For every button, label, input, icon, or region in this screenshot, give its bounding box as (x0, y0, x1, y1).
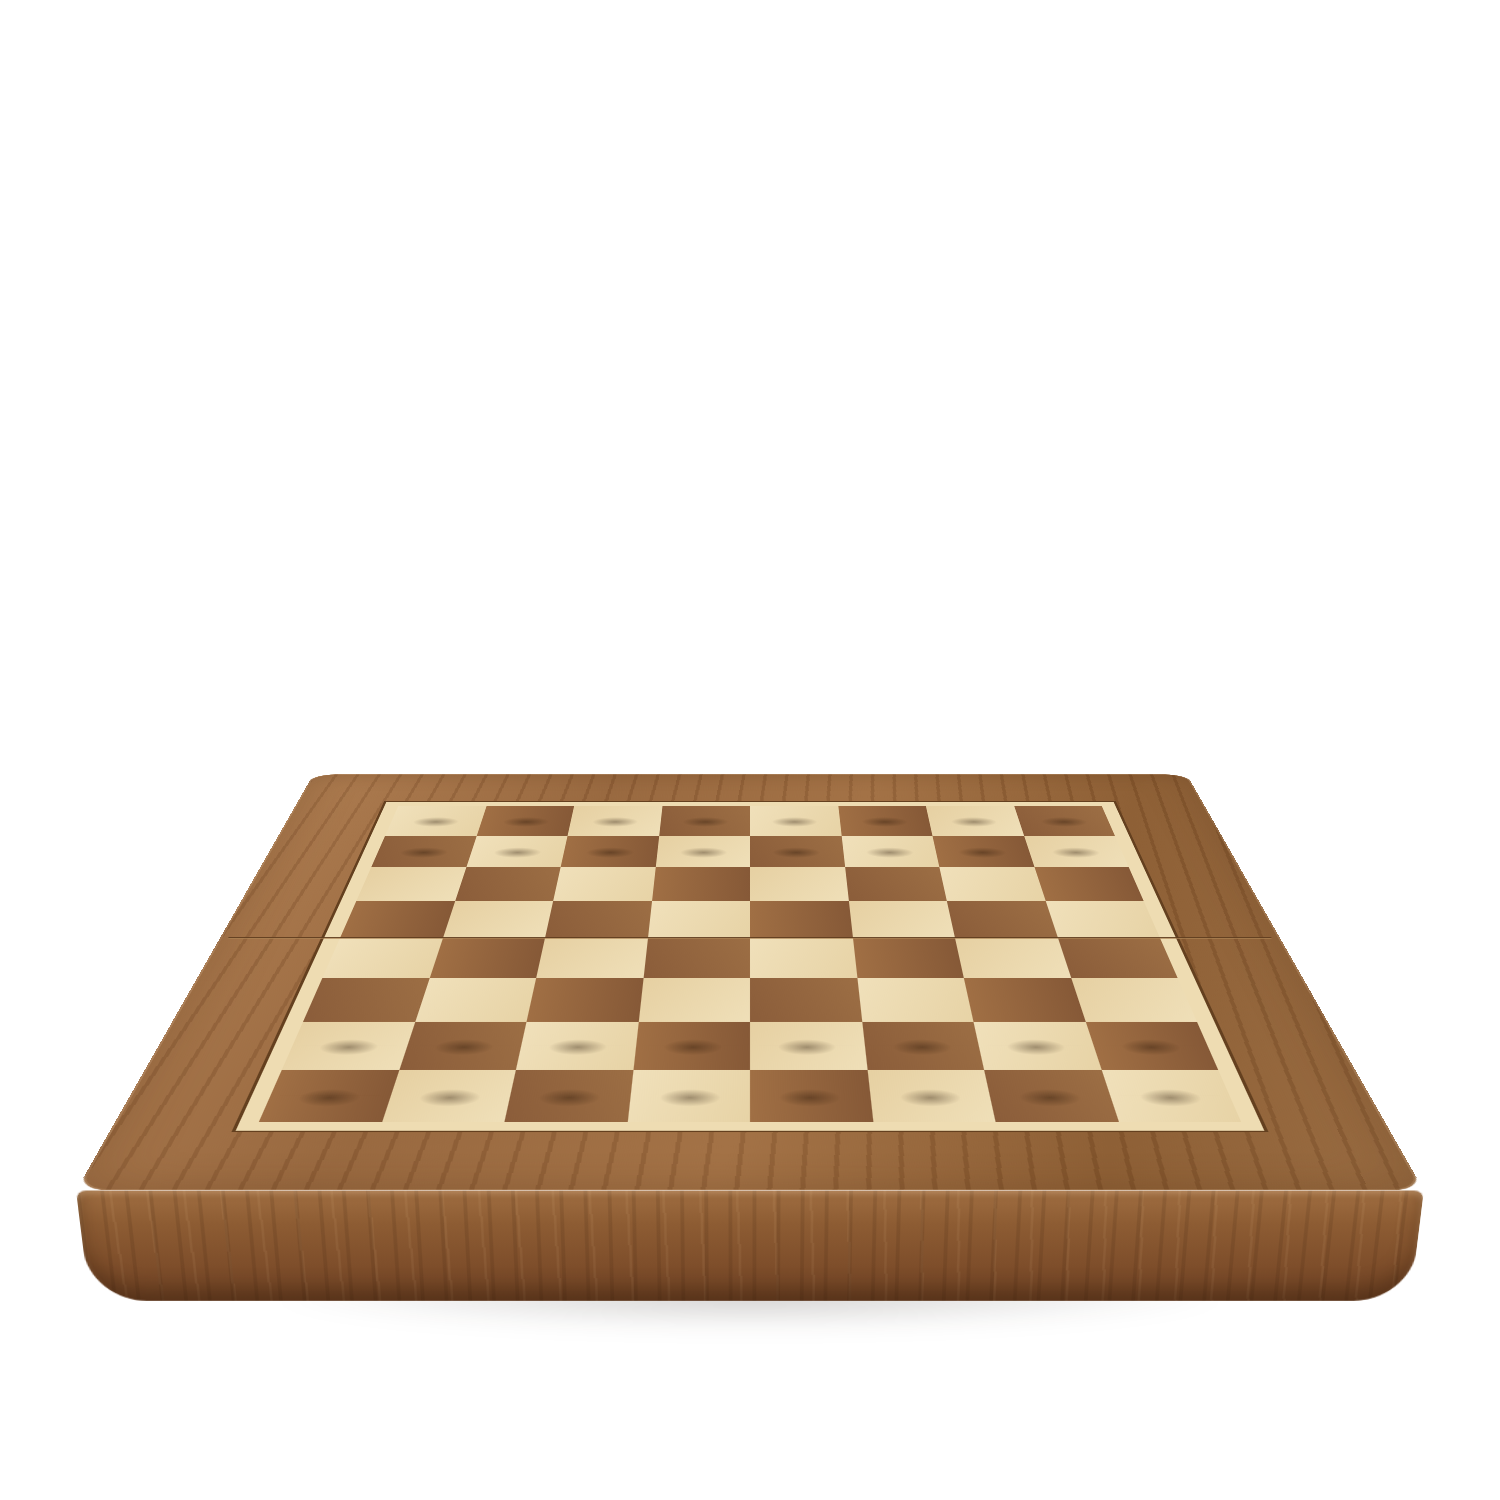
square-h8[interactable]: ♜ (1014, 806, 1115, 835)
black-pawn-icon: ♟ (936, 836, 1212, 852)
square-h6[interactable] (1034, 867, 1144, 901)
square-e2[interactable]: ♟ (750, 1022, 867, 1070)
white-pawn-icon: ♟ (978, 1023, 1319, 1047)
white-knight-icon: ♞ (871, 1065, 1226, 1098)
square-f3[interactable] (857, 978, 974, 1022)
piece-contact-shadow (645, 1085, 733, 1110)
white-pawn-icon: ♟ (181, 1023, 522, 1047)
white-bishop-icon: ♝ (754, 1065, 1106, 1098)
white-pawn-icon: ♟ (754, 1023, 1089, 1047)
chess-board-box: ♜♞♝♛♚♝♞♜♟♟♟♟♟♟♟♟♟♟♟♟♟♟♟♟♜♞♝♛♚♝♞♜ (76, 774, 1424, 1190)
white-pawn-icon: ♟ (296, 1023, 634, 1047)
white-rook-icon: ♜ (988, 1069, 1346, 1098)
square-g1[interactable]: ♞ (984, 1069, 1118, 1122)
square-g3[interactable] (964, 978, 1085, 1022)
square-g2[interactable]: ♟ (973, 1022, 1101, 1070)
piece-contact-shadow (766, 1036, 850, 1058)
piece-contact-shadow (885, 1085, 976, 1110)
board-playfield: ♜♞♝♛♚♝♞♜♟♟♟♟♟♟♟♟♟♟♟♟♟♟♟♟♜♞♝♛♚♝♞♜ (236, 802, 1265, 1131)
square-e1[interactable]: ♚ (750, 1069, 873, 1122)
square-h3[interactable] (1071, 978, 1197, 1022)
square-e6[interactable] (750, 867, 848, 901)
piece-contact-shadow (419, 1036, 508, 1058)
square-f6[interactable] (845, 867, 947, 901)
square-a3[interactable] (303, 978, 429, 1022)
square-h2[interactable]: ♟ (1085, 1022, 1218, 1070)
square-h7[interactable]: ♟ (1024, 836, 1129, 868)
piece-contact-shadow (879, 1036, 965, 1058)
square-d1[interactable]: ♛ (627, 1069, 750, 1122)
piece-contact-shadow (650, 1036, 734, 1058)
square-a5[interactable] (340, 901, 455, 938)
square-g4[interactable] (955, 938, 1071, 978)
square-d3[interactable] (638, 978, 750, 1022)
square-c6[interactable] (553, 867, 655, 901)
piece-contact-shadow (1004, 1085, 1098, 1110)
square-e3[interactable] (750, 978, 862, 1022)
square-e4[interactable] (750, 938, 857, 978)
piece-contact-shadow (1106, 1036, 1197, 1058)
square-a4[interactable] (322, 938, 442, 978)
piece-contact-shadow (524, 1085, 615, 1110)
square-e5[interactable] (750, 901, 853, 938)
piece-contact-shadow (281, 1085, 377, 1110)
square-c3[interactable] (527, 978, 644, 1022)
square-f4[interactable] (853, 938, 964, 978)
piece-contact-shadow (767, 1085, 855, 1110)
white-king-icon: ♚ (634, 1058, 986, 1098)
white-pawn-icon: ♟ (640, 1023, 975, 1047)
square-g5[interactable] (947, 901, 1058, 938)
chess-board: ♜♞♝♛♚♝♞♜♟♟♟♟♟♟♟♟♟♟♟♟♟♟♟♟♜♞♝♛♚♝♞♜ (259, 806, 1241, 1122)
white-bishop-icon: ♝ (394, 1065, 746, 1098)
square-b5[interactable] (443, 901, 554, 938)
square-f1[interactable]: ♝ (867, 1069, 996, 1122)
square-f2[interactable]: ♟ (862, 1022, 984, 1070)
square-b6[interactable] (455, 867, 561, 901)
white-pawn-icon: ♟ (410, 1023, 745, 1047)
square-b3[interactable] (415, 978, 536, 1022)
square-c5[interactable] (545, 901, 652, 938)
square-b4[interactable] (429, 938, 545, 978)
white-rook-icon: ♜ (154, 1069, 512, 1098)
square-c2[interactable]: ♟ (516, 1022, 638, 1070)
piece-contact-shadow (1123, 1085, 1219, 1110)
piece-contact-shadow (402, 1085, 496, 1110)
piece-contact-shadow (303, 1036, 394, 1058)
white-pawn-icon: ♟ (525, 1023, 860, 1047)
square-h1[interactable]: ♜ (1101, 1069, 1241, 1122)
square-a6[interactable] (356, 867, 466, 901)
square-b1[interactable]: ♞ (382, 1069, 516, 1122)
square-d2[interactable]: ♟ (633, 1022, 750, 1070)
square-d4[interactable] (643, 938, 750, 978)
square-h4[interactable] (1058, 938, 1178, 978)
square-a1[interactable]: ♜ (259, 1069, 399, 1122)
square-d6[interactable] (652, 867, 750, 901)
perspective-wrapper: ♜♞♝♛♚♝♞♜♟♟♟♟♟♟♟♟♟♟♟♟♟♟♟♟♜♞♝♛♚♝♞♜ (0, 0, 1500, 1500)
square-f5[interactable] (848, 901, 955, 938)
square-g6[interactable] (939, 867, 1045, 901)
white-pawn-icon: ♟ (866, 1023, 1204, 1047)
black-rook-icon: ♜ (929, 806, 1195, 822)
chess-photo-scene: ♜♞♝♛♚♝♞♜♟♟♟♟♟♟♟♟♟♟♟♟♟♟♟♟♜♞♝♛♚♝♞♜ (0, 0, 1500, 1500)
square-b2[interactable]: ♟ (399, 1022, 527, 1070)
white-knight-icon: ♞ (274, 1065, 629, 1098)
square-h5[interactable] (1045, 901, 1160, 938)
piece-contact-shadow (992, 1036, 1081, 1058)
square-d5[interactable] (648, 901, 751, 938)
white-queen-icon: ♛ (514, 1060, 866, 1098)
piece-contact-shadow (534, 1036, 620, 1058)
square-c1[interactable]: ♝ (504, 1069, 633, 1122)
square-a2[interactable]: ♟ (282, 1022, 415, 1070)
square-c4[interactable] (536, 938, 647, 978)
box-front-face (76, 1190, 1424, 1300)
